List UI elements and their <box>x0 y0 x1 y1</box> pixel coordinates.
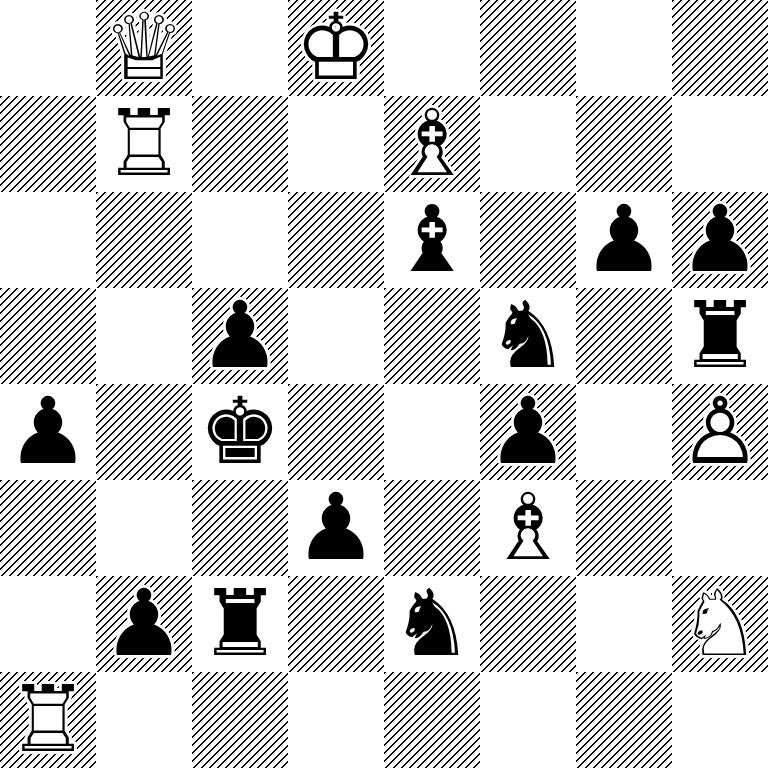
piece-glyph: ♘ <box>672 576 768 672</box>
piece-glyph: ♟ <box>288 480 384 576</box>
square-e7[interactable]: ♝♗ <box>384 96 480 192</box>
square-d8[interactable]: ♚♔ <box>288 0 384 96</box>
square-e8[interactable] <box>384 0 480 96</box>
chess-board: ♛♕♚♔♜♖♝♗♝♝♟♟♟♟♟♟♞♞♜♜♟♟♚♚♟♟♟♙♟♟♝♗♟♟♜♜♞♞♞♘… <box>0 0 768 768</box>
square-d2[interactable] <box>288 576 384 672</box>
white-rook: ♜♖ <box>0 672 96 768</box>
white-pawn: ♟♙ <box>672 384 768 480</box>
square-a7[interactable] <box>0 96 96 192</box>
square-h5[interactable]: ♜♜ <box>672 288 768 384</box>
square-h1[interactable] <box>672 672 768 768</box>
square-a8[interactable] <box>0 0 96 96</box>
black-king: ♚♚ <box>192 384 288 480</box>
black-pawn: ♟♟ <box>96 576 192 672</box>
square-e5[interactable] <box>384 288 480 384</box>
black-pawn: ♟♟ <box>672 192 768 288</box>
square-a5[interactable] <box>0 288 96 384</box>
square-a3[interactable] <box>0 480 96 576</box>
square-e6[interactable]: ♝♝ <box>384 192 480 288</box>
square-b5[interactable] <box>96 288 192 384</box>
square-a1[interactable]: ♜♖ <box>0 672 96 768</box>
square-h3[interactable] <box>672 480 768 576</box>
square-e3[interactable] <box>384 480 480 576</box>
square-e2[interactable]: ♞♞ <box>384 576 480 672</box>
piece-glyph: ♟ <box>480 384 576 480</box>
white-bishop: ♝♗ <box>480 480 576 576</box>
white-knight: ♞♘ <box>672 576 768 672</box>
piece-glyph: ♕ <box>96 0 192 96</box>
piece-glyph: ♞ <box>480 288 576 384</box>
square-h4[interactable]: ♟♙ <box>672 384 768 480</box>
piece-glyph: ♟ <box>192 288 288 384</box>
square-d5[interactable] <box>288 288 384 384</box>
black-pawn: ♟♟ <box>480 384 576 480</box>
piece-glyph: ♚ <box>192 384 288 480</box>
square-c3[interactable] <box>192 480 288 576</box>
square-a4[interactable]: ♟♟ <box>0 384 96 480</box>
square-b6[interactable] <box>96 192 192 288</box>
square-c1[interactable] <box>192 672 288 768</box>
piece-glyph: ♖ <box>96 96 192 192</box>
white-bishop: ♝♗ <box>384 96 480 192</box>
piece-glyph: ♗ <box>384 96 480 192</box>
square-e1[interactable] <box>384 672 480 768</box>
square-c6[interactable] <box>192 192 288 288</box>
square-f4[interactable]: ♟♟ <box>480 384 576 480</box>
piece-glyph: ♟ <box>672 192 768 288</box>
piece-glyph: ♗ <box>480 480 576 576</box>
square-f7[interactable] <box>480 96 576 192</box>
black-knight: ♞♞ <box>384 576 480 672</box>
square-h7[interactable] <box>672 96 768 192</box>
black-knight: ♞♞ <box>480 288 576 384</box>
square-d3[interactable]: ♟♟ <box>288 480 384 576</box>
piece-glyph: ♟ <box>576 192 672 288</box>
black-bishop: ♝♝ <box>384 192 480 288</box>
square-g2[interactable] <box>576 576 672 672</box>
square-f1[interactable] <box>480 672 576 768</box>
square-f6[interactable] <box>480 192 576 288</box>
square-f3[interactable]: ♝♗ <box>480 480 576 576</box>
piece-glyph: ♖ <box>0 672 96 768</box>
piece-glyph: ♔ <box>288 0 384 96</box>
square-b2[interactable]: ♟♟ <box>96 576 192 672</box>
square-d7[interactable] <box>288 96 384 192</box>
square-g4[interactable] <box>576 384 672 480</box>
square-c5[interactable]: ♟♟ <box>192 288 288 384</box>
piece-glyph: ♜ <box>672 288 768 384</box>
square-b4[interactable] <box>96 384 192 480</box>
square-g7[interactable] <box>576 96 672 192</box>
square-g3[interactable] <box>576 480 672 576</box>
black-pawn: ♟♟ <box>192 288 288 384</box>
piece-glyph: ♝ <box>384 192 480 288</box>
square-g8[interactable] <box>576 0 672 96</box>
piece-glyph: ♟ <box>0 384 96 480</box>
square-b8[interactable]: ♛♕ <box>96 0 192 96</box>
square-c8[interactable] <box>192 0 288 96</box>
square-c2[interactable]: ♜♜ <box>192 576 288 672</box>
square-d1[interactable] <box>288 672 384 768</box>
black-rook: ♜♜ <box>192 576 288 672</box>
square-f2[interactable] <box>480 576 576 672</box>
square-a6[interactable] <box>0 192 96 288</box>
square-b3[interactable] <box>96 480 192 576</box>
piece-glyph: ♜ <box>192 576 288 672</box>
square-h8[interactable] <box>672 0 768 96</box>
black-rook: ♜♜ <box>672 288 768 384</box>
square-g1[interactable] <box>576 672 672 768</box>
square-f5[interactable]: ♞♞ <box>480 288 576 384</box>
square-h2[interactable]: ♞♘ <box>672 576 768 672</box>
square-c7[interactable] <box>192 96 288 192</box>
white-rook: ♜♖ <box>96 96 192 192</box>
square-g6[interactable]: ♟♟ <box>576 192 672 288</box>
square-a2[interactable] <box>0 576 96 672</box>
black-pawn: ♟♟ <box>0 384 96 480</box>
square-b1[interactable] <box>96 672 192 768</box>
piece-glyph: ♙ <box>672 384 768 480</box>
square-b7[interactable]: ♜♖ <box>96 96 192 192</box>
piece-glyph: ♞ <box>384 576 480 672</box>
square-g5[interactable] <box>576 288 672 384</box>
black-pawn: ♟♟ <box>576 192 672 288</box>
square-d4[interactable] <box>288 384 384 480</box>
square-h6[interactable]: ♟♟ <box>672 192 768 288</box>
black-pawn: ♟♟ <box>288 480 384 576</box>
white-king: ♚♔ <box>288 0 384 96</box>
white-queen: ♛♕ <box>96 0 192 96</box>
square-f8[interactable] <box>480 0 576 96</box>
square-e4[interactable] <box>384 384 480 480</box>
square-d6[interactable] <box>288 192 384 288</box>
piece-glyph: ♟ <box>96 576 192 672</box>
square-c4[interactable]: ♚♚ <box>192 384 288 480</box>
